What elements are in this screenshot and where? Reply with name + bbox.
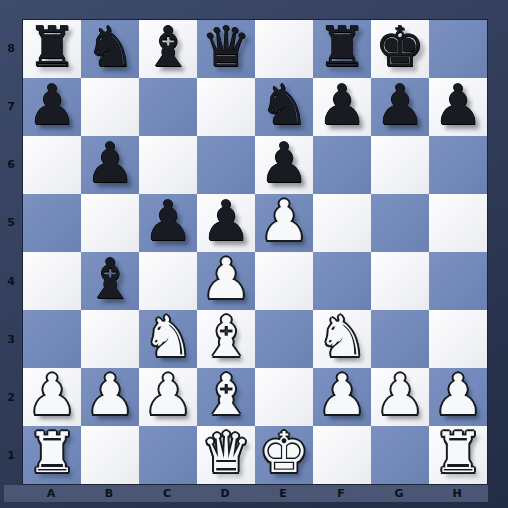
square-a3[interactable] xyxy=(23,310,81,368)
file-label-c: C xyxy=(138,485,196,502)
square-c7[interactable] xyxy=(139,78,197,136)
square-e7[interactable]: ♞ xyxy=(255,78,313,136)
square-e1[interactable]: ♚ xyxy=(255,426,313,484)
square-f2[interactable]: ♟ xyxy=(313,368,371,426)
file-label-h: H xyxy=(428,485,486,502)
white-bishop-d2[interactable]: ♝ xyxy=(201,366,251,424)
square-g8[interactable]: ♚ xyxy=(371,20,429,78)
square-d7[interactable] xyxy=(197,78,255,136)
white-rook-a1[interactable]: ♜ xyxy=(27,424,77,482)
square-b5[interactable] xyxy=(81,194,139,252)
square-g1[interactable] xyxy=(371,426,429,484)
square-h8[interactable] xyxy=(429,20,487,78)
square-f6[interactable] xyxy=(313,136,371,194)
file-label-d: D xyxy=(196,485,254,502)
square-e8[interactable] xyxy=(255,20,313,78)
square-a5[interactable] xyxy=(23,194,81,252)
square-b3[interactable] xyxy=(81,310,139,368)
square-f4[interactable] xyxy=(313,252,371,310)
square-b2[interactable]: ♟ xyxy=(81,368,139,426)
white-pawn-g2[interactable]: ♟ xyxy=(375,366,425,424)
rank-label-6: 6 xyxy=(0,136,22,194)
square-a4[interactable] xyxy=(23,252,81,310)
square-f5[interactable] xyxy=(313,194,371,252)
square-g7[interactable]: ♟ xyxy=(371,78,429,136)
square-a8[interactable]: ♜ xyxy=(23,20,81,78)
square-c5[interactable]: ♟ xyxy=(139,194,197,252)
square-h3[interactable] xyxy=(429,310,487,368)
square-f3[interactable]: ♞ xyxy=(313,310,371,368)
square-g3[interactable] xyxy=(371,310,429,368)
square-f7[interactable]: ♟ xyxy=(313,78,371,136)
white-king-e1[interactable]: ♚ xyxy=(259,424,309,482)
square-c3[interactable]: ♞ xyxy=(139,310,197,368)
square-d4[interactable]: ♟ xyxy=(197,252,255,310)
file-label-g: G xyxy=(370,485,428,502)
square-c2[interactable]: ♟ xyxy=(139,368,197,426)
square-h4[interactable] xyxy=(429,252,487,310)
square-g5[interactable] xyxy=(371,194,429,252)
white-pawn-f2[interactable]: ♟ xyxy=(317,366,367,424)
black-queen-d8[interactable]: ♛ xyxy=(201,18,251,76)
black-pawn-c5[interactable]: ♟ xyxy=(143,192,193,250)
black-knight-b8[interactable]: ♞ xyxy=(85,18,135,76)
chess-diagram: 87654321 ♜♞♝♛♜♚♟♞♟♟♟♟♟♟♟♟♝♟♞♝♞♟♟♟♝♟♟♟♜♛♚… xyxy=(0,0,508,508)
rank-label-7: 7 xyxy=(0,77,22,135)
white-knight-f3[interactable]: ♞ xyxy=(317,308,367,366)
square-f8[interactable]: ♜ xyxy=(313,20,371,78)
black-rook-f8[interactable]: ♜ xyxy=(317,18,367,76)
rank-label-5: 5 xyxy=(0,194,22,252)
square-c4[interactable] xyxy=(139,252,197,310)
white-queen-d1[interactable]: ♛ xyxy=(201,424,251,482)
square-b8[interactable]: ♞ xyxy=(81,20,139,78)
black-rook-a8[interactable]: ♜ xyxy=(27,18,77,76)
rank-label-2: 2 xyxy=(0,369,22,427)
square-e4[interactable] xyxy=(255,252,313,310)
white-bishop-d3[interactable]: ♝ xyxy=(201,308,251,366)
file-label-b: B xyxy=(80,485,138,502)
black-pawn-a7[interactable]: ♟ xyxy=(27,76,77,134)
rank-label-3: 3 xyxy=(0,310,22,368)
black-bishop-b4[interactable]: ♝ xyxy=(85,250,135,308)
file-label-f: F xyxy=(312,485,370,502)
square-e5[interactable]: ♟ xyxy=(255,194,313,252)
square-a6[interactable] xyxy=(23,136,81,194)
square-b1[interactable] xyxy=(81,426,139,484)
square-a2[interactable]: ♟ xyxy=(23,368,81,426)
rank-label-8: 8 xyxy=(0,19,22,77)
file-labels: ABCDEFGH xyxy=(22,485,486,502)
square-g2[interactable]: ♟ xyxy=(371,368,429,426)
rank-label-4: 4 xyxy=(0,252,22,310)
white-pawn-c2[interactable]: ♟ xyxy=(143,366,193,424)
board-bottom-strip: ABCDEFGH xyxy=(4,485,488,502)
square-h2[interactable]: ♟ xyxy=(429,368,487,426)
file-label-e: E xyxy=(254,485,312,502)
square-a1[interactable]: ♜ xyxy=(23,426,81,484)
square-g6[interactable] xyxy=(371,136,429,194)
square-e2[interactable] xyxy=(255,368,313,426)
square-h1[interactable]: ♜ xyxy=(429,426,487,484)
square-e3[interactable] xyxy=(255,310,313,368)
black-pawn-b6[interactable]: ♟ xyxy=(85,134,135,192)
square-d3[interactable]: ♝ xyxy=(197,310,255,368)
black-pawn-f7[interactable]: ♟ xyxy=(317,76,367,134)
white-knight-c3[interactable]: ♞ xyxy=(143,308,193,366)
square-d6[interactable] xyxy=(197,136,255,194)
file-label-a: A xyxy=(22,485,80,502)
black-pawn-e6[interactable]: ♟ xyxy=(259,134,309,192)
black-knight-e7[interactable]: ♞ xyxy=(259,76,309,134)
square-h6[interactable] xyxy=(429,136,487,194)
square-a7[interactable]: ♟ xyxy=(23,78,81,136)
square-h5[interactable] xyxy=(429,194,487,252)
black-pawn-h7[interactable]: ♟ xyxy=(433,76,483,134)
white-pawn-b2[interactable]: ♟ xyxy=(85,366,135,424)
square-c1[interactable] xyxy=(139,426,197,484)
white-pawn-d4[interactable]: ♟ xyxy=(201,250,251,308)
black-pawn-d5[interactable]: ♟ xyxy=(201,192,251,250)
square-h7[interactable]: ♟ xyxy=(429,78,487,136)
square-e6[interactable]: ♟ xyxy=(255,136,313,194)
chess-board[interactable]: ♜♞♝♛♜♚♟♞♟♟♟♟♟♟♟♟♝♟♞♝♞♟♟♟♝♟♟♟♜♛♚♜ xyxy=(22,19,488,485)
square-c8[interactable]: ♝ xyxy=(139,20,197,78)
black-bishop-c8[interactable]: ♝ xyxy=(143,18,193,76)
white-pawn-h2[interactable]: ♟ xyxy=(433,366,483,424)
square-f1[interactable] xyxy=(313,426,371,484)
square-b6[interactable]: ♟ xyxy=(81,136,139,194)
square-c6[interactable] xyxy=(139,136,197,194)
square-d5[interactable]: ♟ xyxy=(197,194,255,252)
square-b4[interactable]: ♝ xyxy=(81,252,139,310)
square-g4[interactable] xyxy=(371,252,429,310)
square-d2[interactable]: ♝ xyxy=(197,368,255,426)
rank-labels: 87654321 xyxy=(0,19,22,485)
square-b7[interactable] xyxy=(81,78,139,136)
black-king-g8[interactable]: ♚ xyxy=(375,18,425,76)
black-pawn-g7[interactable]: ♟ xyxy=(375,76,425,134)
white-rook-h1[interactable]: ♜ xyxy=(433,424,483,482)
square-d1[interactable]: ♛ xyxy=(197,426,255,484)
white-pawn-a2[interactable]: ♟ xyxy=(27,366,77,424)
rank-label-1: 1 xyxy=(0,427,22,485)
white-pawn-e5[interactable]: ♟ xyxy=(259,192,309,250)
square-d8[interactable]: ♛ xyxy=(197,20,255,78)
